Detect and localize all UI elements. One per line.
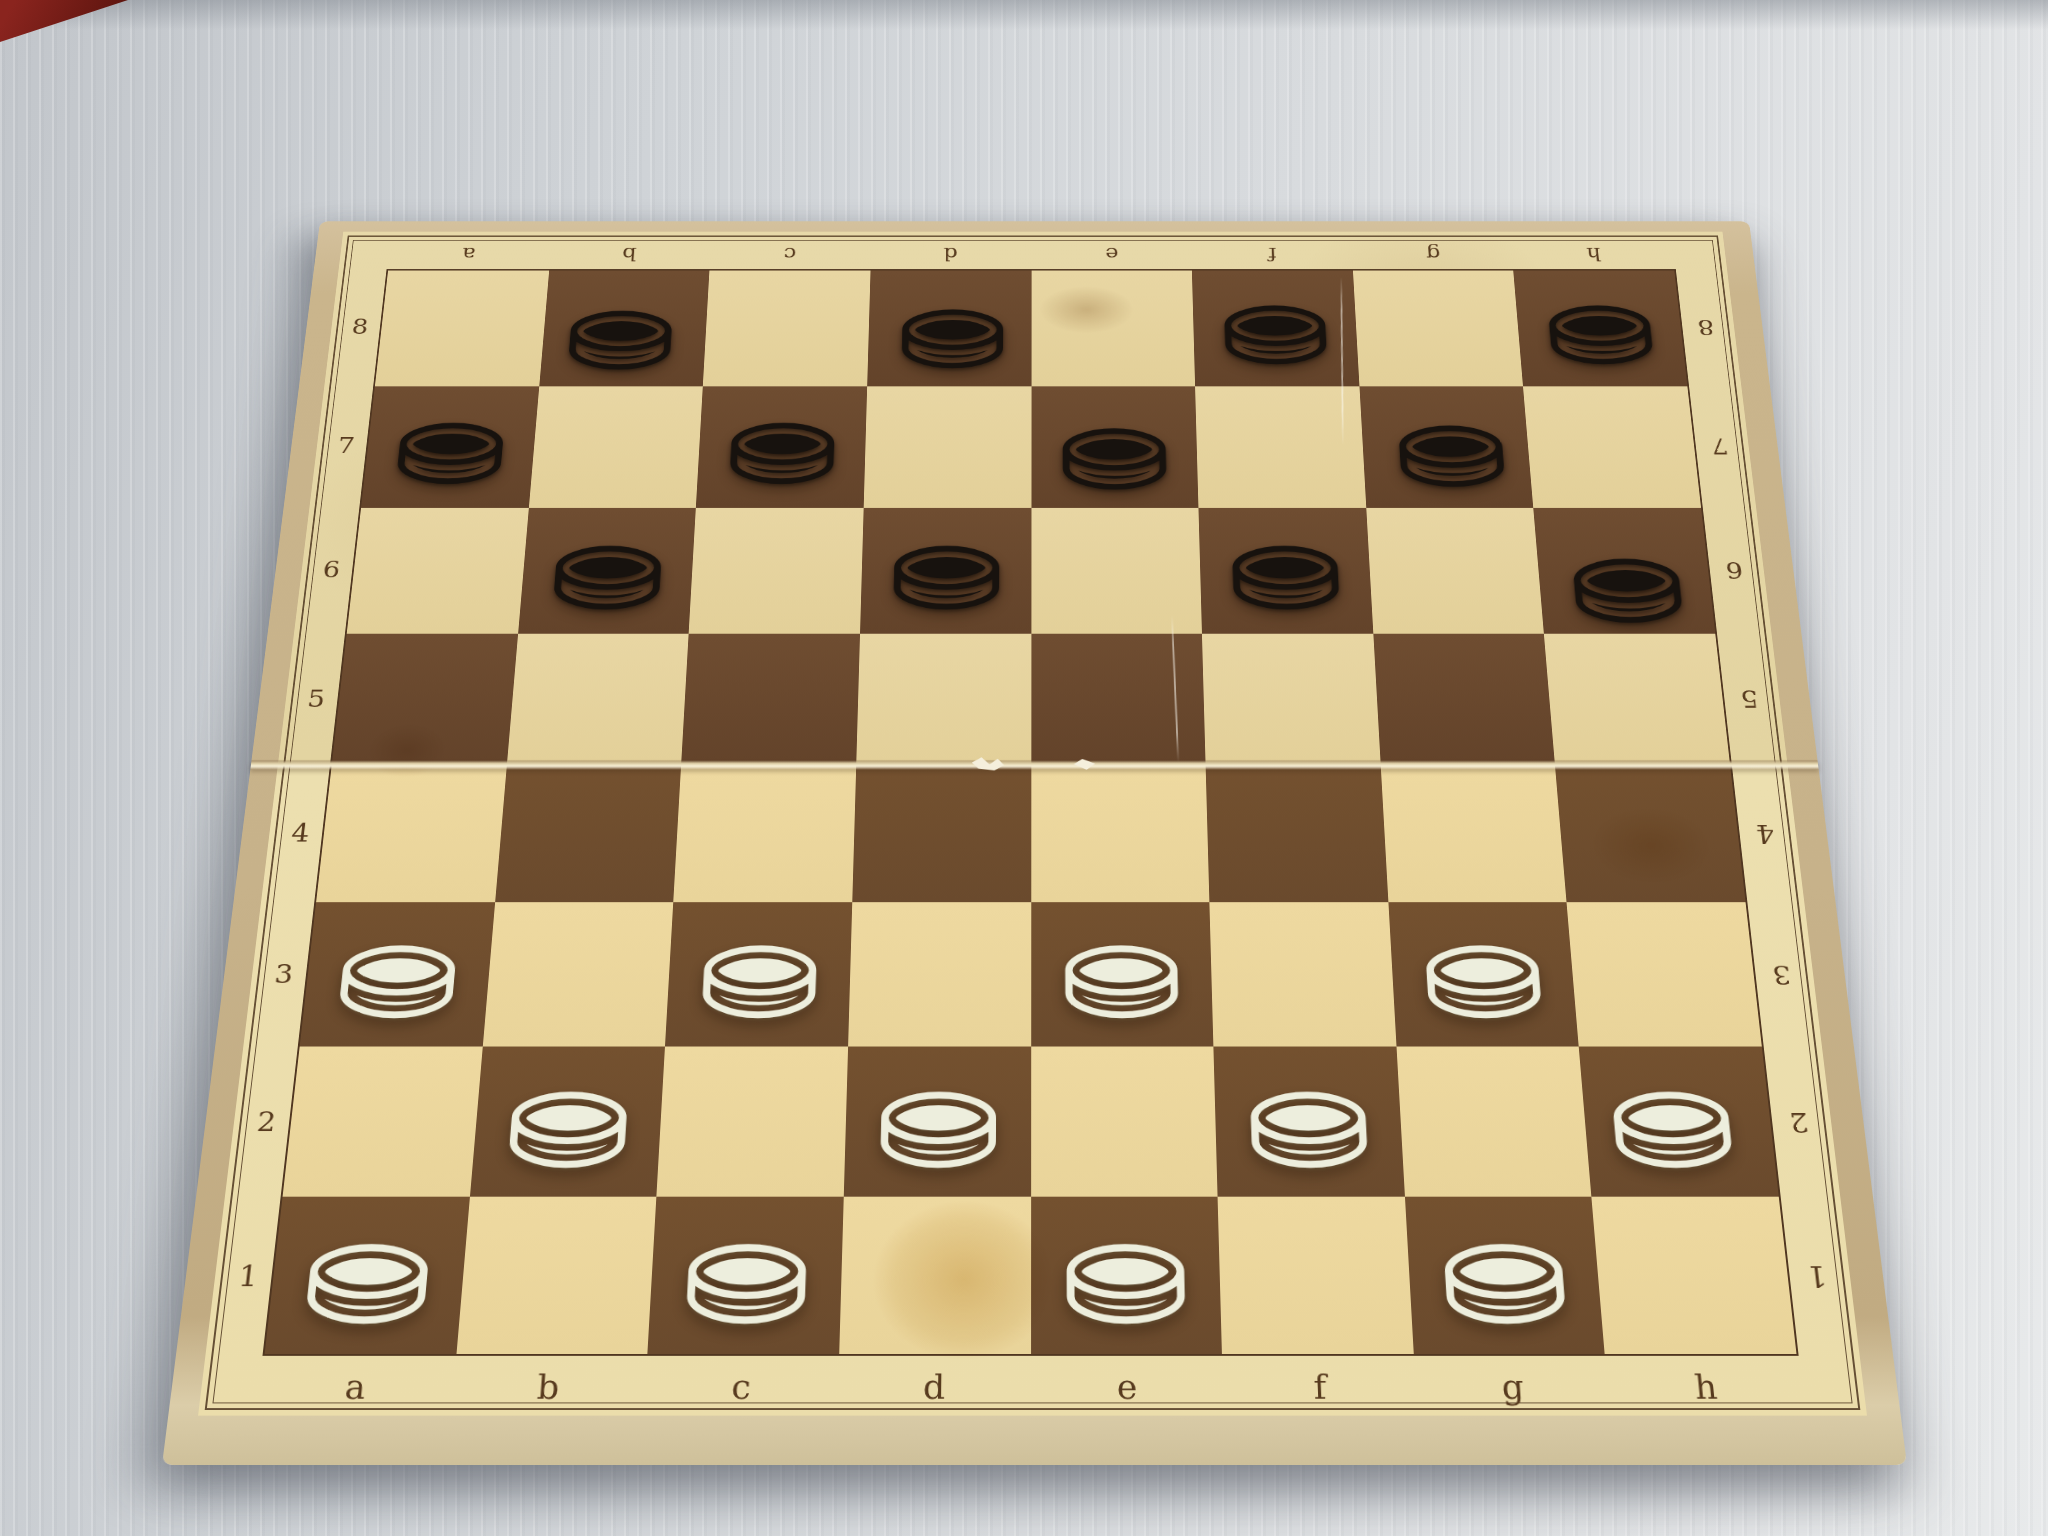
square-g2[interactable]: [1396, 1046, 1591, 1196]
square-d4[interactable]: [852, 765, 1031, 902]
square-a7[interactable]: ⛂: [361, 387, 539, 508]
file-label-bottom-c: c: [643, 1361, 838, 1413]
square-h3[interactable]: [1567, 902, 1762, 1046]
square-e4[interactable]: [1031, 765, 1210, 902]
rank-label-right-6: 6: [1708, 507, 1761, 633]
square-c3[interactable]: ⛂: [665, 902, 852, 1046]
file-label-bottom-d: d: [837, 1361, 1031, 1413]
square-a8[interactable]: [375, 271, 549, 387]
file-label-top-e: e: [1031, 241, 1192, 268]
piece-black-man-f6[interactable]: ⛂: [1199, 507, 1374, 633]
square-a2[interactable]: [283, 1046, 483, 1196]
square-b5[interactable]: [507, 633, 689, 765]
rank-label-right-7: 7: [1694, 386, 1746, 507]
board-grid: ⛂⛂⛂⛂⛂⛂⛂⛂⛂⛂⛂⛂⛂⛂⛂⛂⛂⛂⛂⛂⛂⛂⛂⛂: [262, 269, 1798, 1356]
square-e2[interactable]: [1031, 1046, 1218, 1196]
square-d7[interactable]: [864, 387, 1032, 508]
square-d3[interactable]: [848, 902, 1031, 1046]
piece-white-man-g1[interactable]: ⛂: [1405, 1196, 1605, 1354]
square-g7[interactable]: ⛂: [1359, 387, 1533, 508]
file-labels-bottom: abcdefgh: [256, 1361, 1805, 1413]
square-f3[interactable]: [1210, 902, 1397, 1046]
file-label-bottom-f: f: [1223, 1361, 1418, 1413]
square-g8[interactable]: [1353, 271, 1524, 387]
file-label-top-c: c: [709, 241, 871, 268]
rank-label-right-4: 4: [1737, 765, 1793, 903]
square-d1[interactable]: [839, 1196, 1031, 1354]
square-d8[interactable]: ⛂: [867, 271, 1031, 387]
square-b1[interactable]: [456, 1196, 656, 1354]
piece-white-man-e1[interactable]: ⛂: [1031, 1196, 1222, 1354]
square-g6[interactable]: [1366, 507, 1544, 633]
square-b3[interactable]: [482, 902, 673, 1046]
square-f6[interactable]: ⛂: [1199, 507, 1374, 633]
square-h6[interactable]: ⛂: [1534, 507, 1716, 633]
square-h8[interactable]: ⛂: [1514, 271, 1688, 387]
square-c7[interactable]: ⛂: [696, 387, 867, 508]
square-c1[interactable]: ⛂: [648, 1196, 844, 1354]
piece-black-man-h6[interactable]: ⛂: [1536, 520, 1718, 647]
file-label-top-h: h: [1512, 241, 1675, 268]
fold-tear: [1074, 759, 1096, 770]
square-d5[interactable]: [856, 633, 1031, 765]
square-b7[interactable]: [529, 387, 703, 508]
square-h5[interactable]: [1544, 633, 1730, 765]
square-e1[interactable]: ⛂: [1031, 1196, 1222, 1354]
square-a6[interactable]: [347, 507, 529, 633]
board-paper: abcdefgh abcdefgh 87654321 87654321 ⛂⛂⛂⛂…: [198, 232, 1867, 1416]
square-d2[interactable]: ⛂: [844, 1046, 1031, 1196]
square-c6[interactable]: [689, 507, 864, 633]
square-e8[interactable]: [1031, 271, 1195, 387]
file-label-top-f: f: [1192, 241, 1354, 268]
square-g3[interactable]: ⛂: [1388, 902, 1579, 1046]
square-g1[interactable]: ⛂: [1405, 1196, 1605, 1354]
piece-black-man-d8[interactable]: ⛂: [869, 274, 1033, 390]
piece-white-man-f2[interactable]: ⛂: [1213, 1046, 1404, 1196]
piece-white-man-g3[interactable]: ⛂: [1388, 902, 1579, 1046]
square-f8[interactable]: ⛂: [1192, 271, 1359, 387]
rank-label-right-3: 3: [1753, 903, 1811, 1047]
fold-crease: [250, 760, 1818, 769]
piece-black-man-c7[interactable]: ⛂: [696, 387, 867, 508]
background-top-shadow-band: [0, 0, 2048, 30]
file-label-bottom-e: e: [1031, 1361, 1225, 1413]
square-e5[interactable]: [1031, 633, 1206, 765]
file-label-top-d: d: [870, 241, 1031, 268]
piece-black-man-d6[interactable]: ⛂: [860, 507, 1031, 633]
piece-black-man-g7[interactable]: ⛂: [1364, 389, 1538, 510]
square-f5[interactable]: [1202, 633, 1380, 765]
file-label-top-a: a: [387, 241, 550, 268]
square-g5[interactable]: [1373, 633, 1555, 765]
square-e7[interactable]: ⛂: [1031, 387, 1198, 508]
piece-white-man-a3[interactable]: ⛂: [300, 902, 495, 1046]
piece-white-man-c3[interactable]: ⛂: [665, 902, 852, 1046]
piece-white-man-e3[interactable]: ⛂: [1031, 902, 1214, 1046]
square-e3[interactable]: ⛂: [1031, 902, 1214, 1046]
checkers-board: abcdefgh abcdefgh 87654321 87654321 ⛂⛂⛂⛂…: [162, 221, 1907, 1465]
file-label-bottom-g: g: [1415, 1361, 1612, 1413]
file-label-bottom-a: a: [256, 1361, 454, 1413]
piece-black-man-h8[interactable]: ⛂: [1514, 271, 1688, 387]
piece-black-man-b6[interactable]: ⛂: [518, 507, 696, 633]
piece-black-man-e7[interactable]: ⛂: [1031, 392, 1199, 513]
square-h7[interactable]: [1523, 387, 1701, 508]
file-label-top-g: g: [1352, 241, 1515, 268]
piece-white-man-b2[interactable]: ⛂: [470, 1046, 666, 1196]
piece-white-man-h2[interactable]: ⛂: [1572, 1046, 1772, 1196]
square-b8[interactable]: ⛂: [539, 271, 710, 387]
piece-white-man-d2[interactable]: ⛂: [844, 1046, 1031, 1196]
square-f2[interactable]: ⛂: [1213, 1046, 1404, 1196]
square-h1[interactable]: [1592, 1196, 1797, 1354]
piece-black-man-b8[interactable]: ⛂: [534, 276, 705, 392]
piece-white-man-c1[interactable]: ⛂: [648, 1196, 844, 1354]
cardboard-backing: abcdefgh abcdefgh 87654321 87654321 ⛂⛂⛂⛂…: [162, 221, 1907, 1465]
square-a5[interactable]: [332, 633, 518, 765]
rank-label-right-5: 5: [1722, 633, 1777, 765]
piece-white-man-a1[interactable]: ⛂: [265, 1196, 470, 1354]
square-a3[interactable]: ⛂: [300, 902, 495, 1046]
file-labels-top: abcdefgh: [387, 241, 1676, 268]
square-f4[interactable]: [1206, 765, 1388, 902]
square-a4[interactable]: [316, 765, 506, 902]
file-label-bottom-b: b: [450, 1361, 647, 1413]
square-d6[interactable]: ⛂: [860, 507, 1031, 633]
square-b6[interactable]: ⛂: [518, 507, 696, 633]
rank-label-right-8: 8: [1681, 269, 1731, 385]
square-h4[interactable]: [1555, 765, 1745, 902]
file-label-bottom-h: h: [1607, 1361, 1805, 1413]
square-g4[interactable]: [1380, 765, 1566, 902]
square-e6[interactable]: [1031, 507, 1202, 633]
square-b4[interactable]: [495, 765, 682, 902]
square-f7[interactable]: [1195, 387, 1366, 508]
square-c4[interactable]: [673, 765, 856, 902]
square-c8[interactable]: [703, 271, 870, 387]
square-c5[interactable]: [681, 633, 860, 765]
square-h2[interactable]: ⛂: [1579, 1046, 1779, 1196]
file-label-top-b: b: [548, 241, 711, 268]
square-f1[interactable]: [1218, 1196, 1414, 1354]
square-a1[interactable]: ⛂: [265, 1196, 470, 1354]
piece-black-man-a7[interactable]: ⛂: [361, 387, 539, 508]
square-c2[interactable]: [657, 1046, 848, 1196]
piece-black-man-f8[interactable]: ⛂: [1192, 271, 1359, 387]
square-b2[interactable]: ⛂: [470, 1046, 666, 1196]
